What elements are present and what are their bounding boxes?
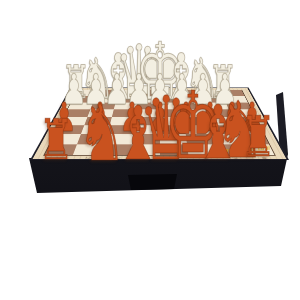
product-photo-scene: 12345678 ♜♞♝♛♚♝♞♜♟♟♟♟♟♟♟♟♟♟♟♟♟♟♟♟♜♞♝♛♚♝♞… [0,0,300,300]
piece-orange-rook: ♜ [240,109,275,165]
piece-orange-rook: ♜ [38,112,73,168]
